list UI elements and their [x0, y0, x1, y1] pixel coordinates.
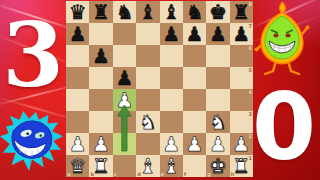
rank-label: 5 — [249, 67, 252, 73]
green-flame-character — [250, 1, 314, 85]
white-pawn[interactable]: ♟ — [113, 89, 136, 111]
square-d1[interactable]: ♝d — [136, 155, 159, 177]
blue-flame-character — [0, 106, 64, 178]
square-a7[interactable]: ♟ — [66, 23, 89, 45]
white-knight[interactable]: ♞ — [206, 111, 229, 133]
square-a1[interactable]: ♛a — [66, 155, 89, 177]
white-pawn[interactable]: ♟ — [66, 133, 89, 155]
square-a5[interactable] — [66, 67, 89, 89]
black-knight[interactable]: ♞ — [183, 1, 206, 23]
square-h4[interactable]: 4 — [230, 89, 253, 111]
black-knight[interactable]: ♞ — [113, 1, 136, 23]
square-h8[interactable]: ♜8 — [230, 1, 253, 23]
rank-label: 1 — [249, 155, 252, 161]
square-g1[interactable]: ♚g — [206, 155, 229, 177]
square-f2[interactable]: ♟ — [183, 133, 206, 155]
square-a3[interactable] — [66, 111, 89, 133]
square-f5[interactable] — [183, 67, 206, 89]
square-e7[interactable]: ♟ — [160, 23, 183, 45]
light-streak — [250, 0, 320, 29]
white-pawn[interactable]: ♟ — [89, 133, 112, 155]
square-b4[interactable] — [89, 89, 112, 111]
square-c2[interactable] — [113, 133, 136, 155]
square-f8[interactable]: ♞ — [183, 1, 206, 23]
square-h2[interactable]: ♟2 — [230, 133, 253, 155]
rank-label: 7 — [249, 23, 252, 29]
square-c7[interactable] — [113, 23, 136, 45]
square-d7[interactable] — [136, 23, 159, 45]
square-b1[interactable]: ♜b — [89, 155, 112, 177]
square-g3[interactable]: ♞ — [206, 111, 229, 133]
square-f1[interactable]: f — [183, 155, 206, 177]
square-h5[interactable]: 5 — [230, 67, 253, 89]
score-right: 0 — [252, 84, 304, 172]
square-h7[interactable]: ♟7 — [230, 23, 253, 45]
square-h1[interactable]: ♜h1 — [230, 155, 253, 177]
light-streak — [245, 13, 320, 45]
square-e6[interactable] — [160, 45, 183, 67]
black-pawn[interactable]: ♟ — [160, 23, 183, 45]
black-pawn[interactable]: ♟ — [89, 45, 112, 67]
square-h3[interactable]: 3 — [230, 111, 253, 133]
black-pawn[interactable]: ♟ — [183, 23, 206, 45]
square-b5[interactable] — [89, 67, 112, 89]
square-d2[interactable] — [136, 133, 159, 155]
square-e4[interactable] — [160, 89, 183, 111]
square-c3[interactable] — [113, 111, 136, 133]
square-d8[interactable]: ♝ — [136, 1, 159, 23]
square-e8[interactable]: ♝ — [160, 1, 183, 23]
square-b7[interactable] — [89, 23, 112, 45]
square-a2[interactable]: ♟ — [66, 133, 89, 155]
rank-label: 6 — [249, 45, 252, 51]
black-bishop[interactable]: ♝ — [136, 1, 159, 23]
square-c8[interactable]: ♞ — [113, 1, 136, 23]
square-g2[interactable]: ♟ — [206, 133, 229, 155]
file-label: h — [231, 171, 235, 177]
square-h6[interactable]: 6 — [230, 45, 253, 67]
black-rook[interactable]: ♜ — [89, 1, 112, 23]
square-a6[interactable] — [66, 45, 89, 67]
score-left: 3 — [0, 7, 66, 103]
black-queen[interactable]: ♛ — [66, 1, 89, 23]
file-label: g — [207, 171, 211, 177]
white-knight[interactable]: ♞ — [136, 111, 159, 133]
square-f7[interactable]: ♟ — [183, 23, 206, 45]
square-f3[interactable] — [183, 111, 206, 133]
rank-label: 4 — [249, 89, 252, 95]
square-b3[interactable] — [89, 111, 112, 133]
file-label: c — [114, 171, 117, 177]
square-a8[interactable]: ♛ — [66, 1, 89, 23]
square-b2[interactable]: ♟ — [89, 133, 112, 155]
file-label: d — [137, 171, 141, 177]
file-label: a — [67, 171, 70, 177]
square-g5[interactable] — [206, 67, 229, 89]
square-g4[interactable] — [206, 89, 229, 111]
green-flame-monster-icon — [250, 1, 314, 85]
chess-board: ♛♜♞♝♝♞♚♜8♟♟♟♟♟7♟6♟5♟4♞♞3♟♟♟♟♟♟2♛a♜bc♝d♝e… — [66, 1, 253, 177]
blue-flame-monster-icon — [0, 106, 64, 178]
square-b6[interactable]: ♟ — [89, 45, 112, 67]
square-e1[interactable]: ♝e — [160, 155, 183, 177]
black-pawn[interactable]: ♟ — [206, 23, 229, 45]
square-c5[interactable]: ♟ — [113, 67, 136, 89]
square-a4[interactable] — [66, 89, 89, 111]
square-c4[interactable]: ♟ — [113, 89, 136, 111]
file-label: b — [90, 171, 94, 177]
black-king[interactable]: ♚ — [206, 1, 229, 23]
rank-label: 3 — [249, 111, 252, 117]
square-e3[interactable] — [160, 111, 183, 133]
square-f6[interactable] — [183, 45, 206, 67]
rank-label: 2 — [249, 133, 252, 139]
square-d6[interactable] — [136, 45, 159, 67]
rank-label: 8 — [249, 1, 252, 7]
square-d5[interactable] — [136, 67, 159, 89]
white-pawn[interactable]: ♟ — [206, 133, 229, 155]
square-c6[interactable] — [113, 45, 136, 67]
square-f4[interactable] — [183, 89, 206, 111]
square-d3[interactable]: ♞ — [136, 111, 159, 133]
square-g6[interactable] — [206, 45, 229, 67]
black-bishop[interactable]: ♝ — [160, 1, 183, 23]
square-e5[interactable] — [160, 67, 183, 89]
black-pawn[interactable]: ♟ — [113, 67, 136, 89]
square-c1[interactable]: c — [113, 155, 136, 177]
white-pawn[interactable]: ♟ — [160, 133, 183, 155]
square-b8[interactable]: ♜ — [89, 1, 112, 23]
square-g7[interactable]: ♟ — [206, 23, 229, 45]
thumbnail-stage: 3 0 — [0, 0, 320, 180]
square-e2[interactable]: ♟ — [160, 133, 183, 155]
file-label: e — [161, 171, 164, 177]
square-g8[interactable]: ♚ — [206, 1, 229, 23]
square-d4[interactable] — [136, 89, 159, 111]
black-pawn[interactable]: ♟ — [66, 23, 89, 45]
white-pawn[interactable]: ♟ — [183, 133, 206, 155]
file-label: f — [184, 171, 186, 177]
